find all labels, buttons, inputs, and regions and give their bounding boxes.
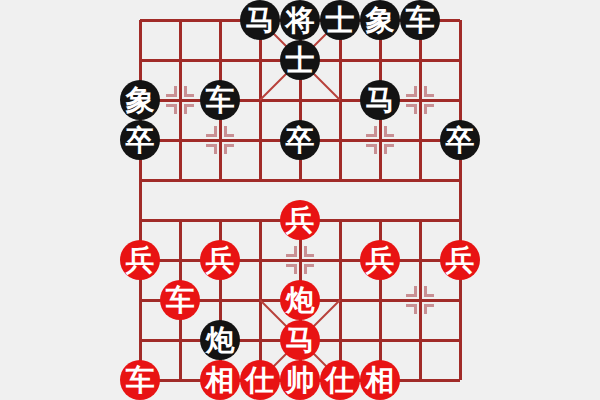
cell-f6-r0[interactable]: 象 bbox=[360, 0, 400, 40]
cell-f7-r3[interactable] bbox=[400, 120, 440, 160]
piece-black-advisor[interactable]: 士 bbox=[280, 40, 320, 80]
cell-f2-r1[interactable] bbox=[200, 40, 240, 80]
cell-f5-r6[interactable] bbox=[320, 240, 360, 280]
board-grid[interactable]: 马将士象车士象车马卒卒卒兵兵兵兵兵车炮炮马车相仕帅仕相 bbox=[120, 0, 480, 400]
cell-f4-r4[interactable] bbox=[280, 160, 320, 200]
cell-f7-r4[interactable] bbox=[400, 160, 440, 200]
piece-black-soldier[interactable]: 卒 bbox=[440, 120, 480, 160]
piece-black-general[interactable]: 将 bbox=[280, 0, 320, 40]
cell-f0-r3[interactable]: 卒 bbox=[120, 120, 160, 160]
cell-f7-r1[interactable] bbox=[400, 40, 440, 80]
cell-f6-r4[interactable] bbox=[360, 160, 400, 200]
cell-f7-r8[interactable] bbox=[400, 320, 440, 360]
cell-f2-r7[interactable] bbox=[200, 280, 240, 320]
cell-f8-r7[interactable] bbox=[440, 280, 480, 320]
piece-red-soldier[interactable]: 兵 bbox=[360, 240, 400, 280]
cell-f5-r3[interactable] bbox=[320, 120, 360, 160]
cell-f2-r4[interactable] bbox=[200, 160, 240, 200]
cell-f2-r6[interactable]: 兵 bbox=[200, 240, 240, 280]
cell-f6-r6[interactable]: 兵 bbox=[360, 240, 400, 280]
piece-red-soldier[interactable]: 兵 bbox=[200, 240, 240, 280]
piece-red-chariot[interactable]: 车 bbox=[160, 280, 200, 320]
cell-f2-r8[interactable]: 炮 bbox=[200, 320, 240, 360]
cell-f4-r6[interactable] bbox=[280, 240, 320, 280]
piece-red-general[interactable]: 帅 bbox=[280, 360, 320, 400]
cell-f5-r9[interactable]: 仕 bbox=[320, 360, 360, 400]
cell-f3-r2[interactable] bbox=[240, 80, 280, 120]
cell-f1-r0[interactable] bbox=[160, 0, 200, 40]
cell-f5-r7[interactable] bbox=[320, 280, 360, 320]
cell-f5-r8[interactable] bbox=[320, 320, 360, 360]
cell-f1-r3[interactable] bbox=[160, 120, 200, 160]
cell-f3-r8[interactable] bbox=[240, 320, 280, 360]
cell-f0-r5[interactable] bbox=[120, 200, 160, 240]
cell-f7-r6[interactable] bbox=[400, 240, 440, 280]
cell-f0-r4[interactable] bbox=[120, 160, 160, 200]
xiangqi-app-screen: 马将士象车士象车马卒卒卒兵兵兵兵兵车炮炮马车相仕帅仕相 bbox=[0, 0, 600, 400]
cell-f3-r1[interactable] bbox=[240, 40, 280, 80]
cell-f0-r0[interactable] bbox=[120, 0, 160, 40]
cell-f3-r4[interactable] bbox=[240, 160, 280, 200]
cell-f3-r0[interactable]: 马 bbox=[240, 0, 280, 40]
cell-f8-r9[interactable] bbox=[440, 360, 480, 400]
cell-f0-r8[interactable] bbox=[120, 320, 160, 360]
cell-f8-r1[interactable] bbox=[440, 40, 480, 80]
cell-f3-r6[interactable] bbox=[240, 240, 280, 280]
piece-black-cannon[interactable]: 炮 bbox=[200, 320, 240, 360]
cell-f5-r4[interactable] bbox=[320, 160, 360, 200]
cell-f4-r7[interactable]: 炮 bbox=[280, 280, 320, 320]
piece-black-elephant[interactable]: 象 bbox=[360, 0, 400, 40]
piece-black-horse[interactable]: 马 bbox=[360, 80, 400, 120]
cell-f8-r6[interactable]: 兵 bbox=[440, 240, 480, 280]
cell-f8-r8[interactable] bbox=[440, 320, 480, 360]
cell-f8-r0[interactable] bbox=[440, 0, 480, 40]
cell-f4-r5[interactable]: 兵 bbox=[280, 200, 320, 240]
cell-f4-r0[interactable]: 将 bbox=[280, 0, 320, 40]
cell-f8-r5[interactable] bbox=[440, 200, 480, 240]
cell-f3-r9[interactable]: 仕 bbox=[240, 360, 280, 400]
cell-f5-r5[interactable] bbox=[320, 200, 360, 240]
cell-f0-r2[interactable]: 象 bbox=[120, 80, 160, 120]
cell-f6-r7[interactable] bbox=[360, 280, 400, 320]
cell-f7-r7[interactable] bbox=[400, 280, 440, 320]
cell-f3-r3[interactable] bbox=[240, 120, 280, 160]
cell-f5-r1[interactable] bbox=[320, 40, 360, 80]
cell-f1-r2[interactable] bbox=[160, 80, 200, 120]
piece-black-advisor[interactable]: 士 bbox=[320, 0, 360, 40]
cell-f8-r4[interactable] bbox=[440, 160, 480, 200]
cell-f0-r6[interactable]: 兵 bbox=[120, 240, 160, 280]
cell-f0-r9[interactable]: 车 bbox=[120, 360, 160, 400]
piece-black-elephant[interactable]: 象 bbox=[120, 80, 160, 120]
piece-red-advisor[interactable]: 仕 bbox=[320, 360, 360, 400]
piece-red-soldier[interactable]: 兵 bbox=[440, 240, 480, 280]
cell-f7-r9[interactable] bbox=[400, 360, 440, 400]
cell-f2-r3[interactable] bbox=[200, 120, 240, 160]
cell-f2-r9[interactable]: 相 bbox=[200, 360, 240, 400]
piece-red-cannon[interactable]: 炮 bbox=[280, 280, 320, 320]
cell-f4-r3[interactable]: 卒 bbox=[280, 120, 320, 160]
piece-red-soldier[interactable]: 兵 bbox=[120, 240, 160, 280]
cell-f4-r9[interactable]: 帅 bbox=[280, 360, 320, 400]
cell-f0-r7[interactable] bbox=[120, 280, 160, 320]
cell-f5-r0[interactable]: 士 bbox=[320, 0, 360, 40]
piece-red-elephant[interactable]: 相 bbox=[360, 360, 400, 400]
cell-f3-r5[interactable] bbox=[240, 200, 280, 240]
piece-black-chariot[interactable]: 车 bbox=[400, 0, 440, 40]
cell-f1-r1[interactable] bbox=[160, 40, 200, 80]
cell-f0-r1[interactable] bbox=[120, 40, 160, 80]
cell-f6-r9[interactable]: 相 bbox=[360, 360, 400, 400]
cell-f7-r0[interactable]: 车 bbox=[400, 0, 440, 40]
cell-f7-r5[interactable] bbox=[400, 200, 440, 240]
cell-f6-r5[interactable] bbox=[360, 200, 400, 240]
cell-f3-r7[interactable] bbox=[240, 280, 280, 320]
piece-red-elephant[interactable]: 相 bbox=[200, 360, 240, 400]
piece-red-chariot[interactable]: 车 bbox=[120, 360, 160, 400]
cell-f2-r2[interactable]: 车 bbox=[200, 80, 240, 120]
piece-red-advisor[interactable]: 仕 bbox=[240, 360, 280, 400]
cell-f5-r2[interactable] bbox=[320, 80, 360, 120]
cell-f6-r1[interactable] bbox=[360, 40, 400, 80]
cell-f4-r8[interactable]: 马 bbox=[280, 320, 320, 360]
cell-f4-r2[interactable] bbox=[280, 80, 320, 120]
cell-f1-r4[interactable] bbox=[160, 160, 200, 200]
cell-f1-r5[interactable] bbox=[160, 200, 200, 240]
cell-f1-r6[interactable] bbox=[160, 240, 200, 280]
piece-red-soldier[interactable]: 兵 bbox=[280, 200, 320, 240]
cell-f1-r7[interactable]: 车 bbox=[160, 280, 200, 320]
piece-red-horse[interactable]: 马 bbox=[280, 320, 320, 360]
cell-f1-r9[interactable] bbox=[160, 360, 200, 400]
cell-f6-r3[interactable] bbox=[360, 120, 400, 160]
piece-black-chariot[interactable]: 车 bbox=[200, 80, 240, 120]
cell-f2-r0[interactable] bbox=[200, 0, 240, 40]
cell-f1-r8[interactable] bbox=[160, 320, 200, 360]
piece-black-soldier[interactable]: 卒 bbox=[280, 120, 320, 160]
cell-f8-r2[interactable] bbox=[440, 80, 480, 120]
cell-f8-r3[interactable]: 卒 bbox=[440, 120, 480, 160]
cell-f6-r2[interactable]: 马 bbox=[360, 80, 400, 120]
piece-black-horse[interactable]: 马 bbox=[240, 0, 280, 40]
cell-f2-r5[interactable] bbox=[200, 200, 240, 240]
piece-black-soldier[interactable]: 卒 bbox=[120, 120, 160, 160]
cell-f7-r2[interactable] bbox=[400, 80, 440, 120]
cell-f6-r8[interactable] bbox=[360, 320, 400, 360]
cell-f4-r1[interactable]: 士 bbox=[280, 40, 320, 80]
